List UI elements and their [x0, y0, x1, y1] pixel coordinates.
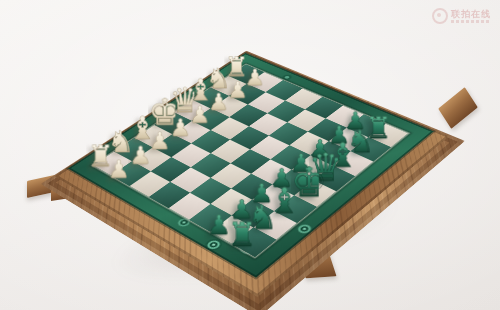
white-pawn[interactable]: ♟	[105, 157, 134, 181]
watermark: 联拍在线	[432, 8, 491, 24]
photo-background: ♜♟♟♜♞♟♟♞♝♟♟♝♛♟♟♛♚♟♟♚♝♟♟♝♞♟♟♞♜♟♟♜ 联拍在线	[0, 0, 500, 310]
board-square[interactable]	[130, 171, 170, 196]
green-rook[interactable]: ♜	[226, 219, 258, 252]
watermark-logo-icon	[432, 8, 448, 24]
scene: ♜♟♟♜♞♟♟♞♝♟♟♝♛♟♟♛♚♟♟♚♝♟♟♝♞♟♟♞♜♟♟♜	[0, 0, 500, 310]
watermark-subtext	[451, 20, 489, 23]
watermark-text: 联拍在线	[451, 9, 491, 19]
chess-board: ♜♟♟♜♞♟♟♞♝♟♟♝♛♟♟♛♚♟♟♚♝♟♟♝♞♟♟♞♜♟♟♜	[40, 40, 462, 301]
